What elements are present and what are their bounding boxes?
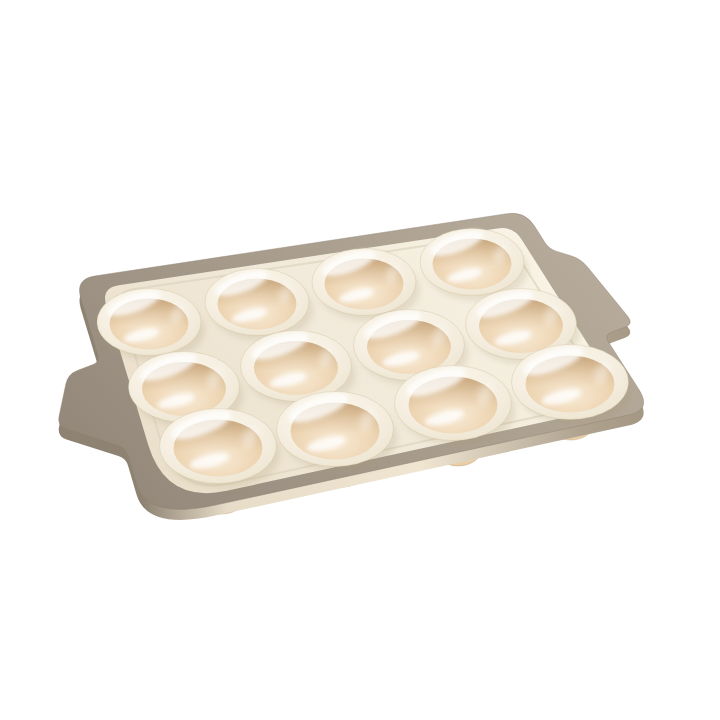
muffin-pan (59, 213, 644, 520)
muffin-pan-illustration (0, 0, 720, 720)
product-photo (0, 0, 720, 720)
